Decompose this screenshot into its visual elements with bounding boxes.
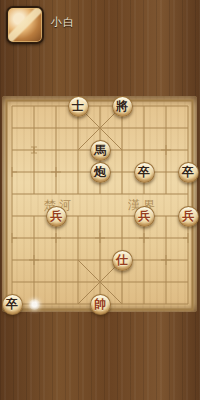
piece-帥[interactable]: 帥 xyxy=(90,294,111,315)
last-move-dot xyxy=(29,299,40,310)
piece-兵[interactable]: 兵 xyxy=(134,206,155,227)
top-player-bar: 小白 xyxy=(0,0,200,52)
piece-士[interactable]: 士 xyxy=(68,96,89,117)
piece-馬[interactable]: 馬 xyxy=(90,140,111,161)
game-screen: 小白 xyxy=(0,0,200,400)
piece-將[interactable]: 將 xyxy=(112,96,133,117)
piece-卒[interactable]: 卒 xyxy=(134,162,155,183)
piece-兵[interactable]: 兵 xyxy=(178,206,199,227)
piece-卒[interactable]: 卒 xyxy=(178,162,199,183)
piece-兵[interactable]: 兵 xyxy=(46,206,67,227)
piece-炮[interactable]: 炮 xyxy=(90,162,111,183)
xiangqi-board[interactable]: 楚河 漢界 士將馬炮卒卒卒兵兵兵仕帥 xyxy=(2,96,197,312)
piece-仕[interactable]: 仕 xyxy=(112,250,133,271)
board-grid-lines: 楚河 漢界 xyxy=(2,96,197,312)
piece-卒[interactable]: 卒 xyxy=(2,294,23,315)
player-avatar[interactable] xyxy=(6,6,44,44)
player-name: 小白 xyxy=(51,15,75,30)
